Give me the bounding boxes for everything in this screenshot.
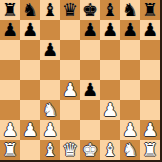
square-a8[interactable]: ♜ (0, 0, 20, 20)
square-g3[interactable] (120, 100, 140, 120)
piece-black-pawn[interactable]: ♟ (82, 20, 98, 40)
square-h7[interactable]: ♟ (140, 20, 160, 40)
square-h5[interactable] (140, 60, 160, 80)
piece-black-pawn[interactable]: ♟ (2, 20, 18, 40)
square-e5[interactable] (80, 60, 100, 80)
piece-white-pawn[interactable]: ♟ (2, 120, 18, 140)
piece-white-pawn[interactable]: ♟ (22, 120, 38, 140)
square-h2[interactable]: ♟ (140, 120, 160, 140)
piece-black-queen[interactable]: ♛ (62, 0, 78, 20)
square-h6[interactable] (140, 40, 160, 60)
square-c7[interactable] (40, 20, 60, 40)
piece-black-pawn[interactable]: ♟ (82, 80, 98, 100)
piece-black-bishop[interactable]: ♝ (42, 0, 58, 20)
square-g1[interactable]: ♞ (120, 140, 140, 160)
square-b1[interactable] (20, 140, 40, 160)
square-f4[interactable] (100, 80, 120, 100)
square-f1[interactable]: ♝ (100, 140, 120, 160)
square-b2[interactable]: ♟ (20, 120, 40, 140)
square-d8[interactable]: ♛ (60, 0, 80, 20)
square-d5[interactable] (60, 60, 80, 80)
square-e4[interactable]: ♟ (80, 80, 100, 100)
square-b7[interactable]: ♟ (20, 20, 40, 40)
square-f8[interactable]: ♝ (100, 0, 120, 20)
square-h4[interactable] (140, 80, 160, 100)
square-b3[interactable] (20, 100, 40, 120)
square-b6[interactable] (20, 40, 40, 60)
piece-black-pawn[interactable]: ♟ (102, 20, 118, 40)
piece-black-pawn[interactable]: ♟ (42, 40, 58, 60)
square-e8[interactable]: ♚ (80, 0, 100, 20)
piece-black-knight[interactable]: ♞ (122, 0, 138, 20)
square-e7[interactable]: ♟ (80, 20, 100, 40)
piece-white-rook[interactable]: ♜ (142, 140, 158, 160)
chess-board: ♜♞♝♛♚♝♞♜♟♟♟♟♟♟♟♟♟♞♟♟♟♟♟♟♜♝♛♚♝♞♜ (0, 0, 160, 160)
piece-white-pawn[interactable]: ♟ (122, 120, 138, 140)
square-f3[interactable]: ♟ (100, 100, 120, 120)
piece-black-rook[interactable]: ♜ (2, 0, 18, 20)
square-a2[interactable]: ♟ (0, 120, 20, 140)
square-e1[interactable]: ♚ (80, 140, 100, 160)
square-g7[interactable]: ♟ (120, 20, 140, 40)
square-g6[interactable] (120, 40, 140, 60)
square-g8[interactable]: ♞ (120, 0, 140, 20)
piece-white-knight[interactable]: ♞ (122, 140, 138, 160)
square-e6[interactable] (80, 40, 100, 60)
piece-black-pawn[interactable]: ♟ (142, 20, 158, 40)
square-h1[interactable]: ♜ (140, 140, 160, 160)
square-c8[interactable]: ♝ (40, 0, 60, 20)
square-h8[interactable]: ♜ (140, 0, 160, 20)
square-c5[interactable] (40, 60, 60, 80)
square-b8[interactable]: ♞ (20, 0, 40, 20)
square-c6[interactable]: ♟ (40, 40, 60, 60)
square-d4[interactable]: ♟ (60, 80, 80, 100)
square-c1[interactable]: ♝ (40, 140, 60, 160)
square-g2[interactable]: ♟ (120, 120, 140, 140)
square-c4[interactable] (40, 80, 60, 100)
piece-white-pawn[interactable]: ♟ (102, 100, 118, 120)
square-c2[interactable]: ♟ (40, 120, 60, 140)
square-b4[interactable] (20, 80, 40, 100)
piece-white-pawn[interactable]: ♟ (42, 120, 58, 140)
square-f7[interactable]: ♟ (100, 20, 120, 40)
square-a5[interactable] (0, 60, 20, 80)
square-g4[interactable] (120, 80, 140, 100)
square-d7[interactable] (60, 20, 80, 40)
square-g5[interactable] (120, 60, 140, 80)
square-d2[interactable] (60, 120, 80, 140)
piece-white-pawn[interactable]: ♟ (62, 80, 78, 100)
square-a3[interactable] (0, 100, 20, 120)
piece-white-bishop[interactable]: ♝ (42, 140, 58, 160)
square-a7[interactable]: ♟ (0, 20, 20, 40)
square-d6[interactable] (60, 40, 80, 60)
square-a6[interactable] (0, 40, 20, 60)
piece-white-king[interactable]: ♚ (82, 140, 98, 160)
piece-white-rook[interactable]: ♜ (2, 140, 18, 160)
piece-black-knight[interactable]: ♞ (22, 0, 38, 20)
square-e3[interactable] (80, 100, 100, 120)
piece-white-pawn[interactable]: ♟ (142, 120, 158, 140)
square-c3[interactable]: ♞ (40, 100, 60, 120)
square-f2[interactable] (100, 120, 120, 140)
piece-black-bishop[interactable]: ♝ (102, 0, 118, 20)
square-b5[interactable] (20, 60, 40, 80)
square-a4[interactable] (0, 80, 20, 100)
piece-black-rook[interactable]: ♜ (142, 0, 158, 20)
square-e2[interactable] (80, 120, 100, 140)
square-h3[interactable] (140, 100, 160, 120)
square-f6[interactable] (100, 40, 120, 60)
piece-white-knight[interactable]: ♞ (42, 100, 58, 120)
piece-white-queen[interactable]: ♛ (62, 140, 78, 160)
square-d3[interactable] (60, 100, 80, 120)
piece-black-king[interactable]: ♚ (82, 0, 98, 20)
square-d1[interactable]: ♛ (60, 140, 80, 160)
square-f5[interactable] (100, 60, 120, 80)
piece-white-bishop[interactable]: ♝ (102, 140, 118, 160)
piece-black-pawn[interactable]: ♟ (122, 20, 138, 40)
piece-black-pawn[interactable]: ♟ (22, 20, 38, 40)
square-a1[interactable]: ♜ (0, 140, 20, 160)
